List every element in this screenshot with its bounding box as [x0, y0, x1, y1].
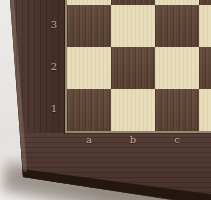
rank-label-3: 3 — [46, 19, 62, 33]
square-b3 — [111, 5, 155, 47]
square-a3 — [67, 5, 111, 47]
square-d2 — [199, 47, 211, 89]
rank-label-2: 2 — [46, 61, 62, 75]
file-label-c: c — [168, 134, 186, 146]
square-c2 — [155, 47, 199, 89]
rank-label-1: 1 — [46, 103, 62, 117]
square-a2 — [67, 47, 111, 89]
square-c1 — [155, 89, 199, 131]
board-grid — [65, 0, 211, 133]
square-a1 — [67, 89, 111, 131]
square-b2 — [111, 47, 155, 89]
file-label-a: a — [80, 134, 98, 146]
file-label-b: b — [124, 134, 142, 146]
chessboard: 3 2 1 a b c — [10, 0, 211, 200]
square-d1 — [199, 89, 211, 131]
square-d3 — [199, 5, 211, 47]
square-c3 — [155, 5, 199, 47]
square-b1 — [111, 89, 155, 131]
photo-background: 3 2 1 a b c — [0, 0, 211, 200]
